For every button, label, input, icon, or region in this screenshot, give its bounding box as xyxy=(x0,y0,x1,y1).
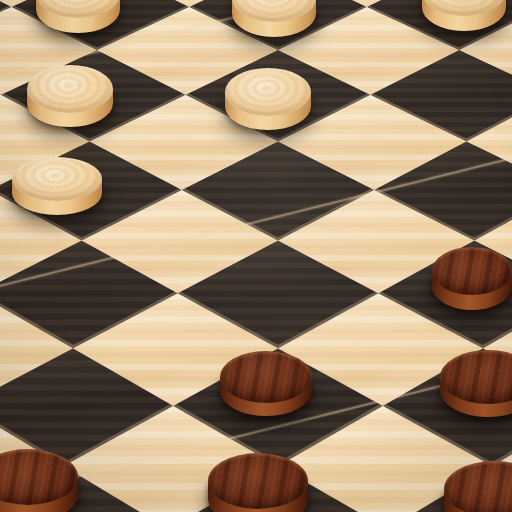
piece-top-face xyxy=(432,247,512,295)
checker-light-A3[interactable] xyxy=(12,157,102,215)
piece-top-face xyxy=(27,65,113,113)
checker-light-B2[interactable] xyxy=(225,68,311,130)
checker-light-C1[interactable] xyxy=(422,0,506,31)
checker-light-A2[interactable] xyxy=(27,65,113,127)
piece-top-face xyxy=(208,453,308,509)
checker-dark-C5[interactable] xyxy=(440,350,512,417)
piece-top-face xyxy=(12,157,102,201)
checker-dark-A6[interactable] xyxy=(0,449,78,512)
checker-light-A1[interactable] xyxy=(36,0,120,33)
checker-dark-B5[interactable] xyxy=(220,351,312,416)
piece-top-face xyxy=(220,351,312,403)
checker-light-B1[interactable] xyxy=(232,0,316,37)
piece-top-face xyxy=(444,461,512,512)
piece-top-face xyxy=(225,68,311,116)
checker-dark-C6[interactable] xyxy=(444,461,512,512)
checker-dark-B6[interactable] xyxy=(208,453,308,512)
checkers-photo-stage xyxy=(0,0,512,512)
checker-dark-C4[interactable] xyxy=(432,247,512,310)
